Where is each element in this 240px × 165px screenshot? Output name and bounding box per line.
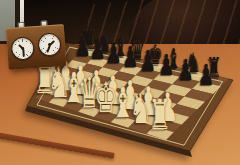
- clock-dial-right: [37, 32, 62, 57]
- chess-clock[interactable]: [5, 19, 66, 70]
- clock-case: [6, 24, 67, 70]
- clock-dial-left: [10, 36, 35, 61]
- scene: ♜♞♝♛♚♝♞♜♟♟♟♟♟♟♟♟♟♟♟♟♟♟♟♟♜♞♝♛♚♝♞♜: [0, 0, 240, 165]
